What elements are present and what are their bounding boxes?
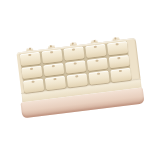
pad-cell (85, 44, 106, 58)
pendant-hook-icon (32, 81, 35, 83)
pad-cell (43, 63, 64, 77)
pad-cell (110, 68, 131, 82)
pad-cell (87, 57, 108, 71)
pendant-hook-icon (97, 73, 100, 75)
pendant-hook-icon (93, 40, 95, 42)
pendant-hook-icon (29, 48, 31, 50)
pad-cell (67, 74, 88, 88)
pendant-hook-icon (94, 46, 97, 48)
pad-cell (88, 71, 109, 85)
pendant-hook-icon (75, 76, 78, 78)
pendant-hook-icon (50, 45, 52, 47)
pendant-hook-icon (72, 48, 75, 50)
pad-cell (109, 55, 130, 69)
pendant-hook-icon (50, 51, 53, 53)
pad-cell (65, 60, 86, 74)
pad-cell (23, 79, 44, 93)
pendant-hook-icon (30, 67, 33, 69)
pendant-hook-icon (52, 65, 55, 67)
pad-cell (45, 76, 66, 90)
pad-cell (107, 41, 128, 55)
pad-cell (21, 65, 42, 79)
pad-cell (63, 46, 84, 60)
pendant-hook-icon (115, 37, 117, 39)
pendant-hook-icon (74, 62, 77, 64)
pendant-hook-icon (72, 43, 74, 45)
pendant-hook-icon (53, 78, 56, 80)
pad-cell (20, 52, 41, 66)
pendant-hook-icon (28, 54, 31, 56)
pendant-hook-icon (116, 43, 119, 45)
pendant-hook-icon (119, 70, 122, 72)
product-photo (0, 0, 160, 160)
pendant-hook-icon (117, 57, 120, 59)
pad-cell (41, 49, 62, 63)
pendant-hook-icon (95, 59, 98, 61)
jewelry-tray (16, 38, 143, 118)
